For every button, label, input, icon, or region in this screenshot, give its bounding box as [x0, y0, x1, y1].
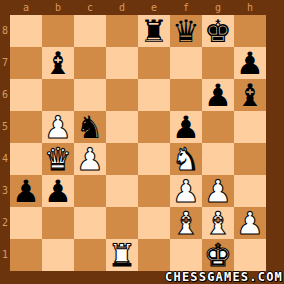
black-pawn: ♟ — [202, 79, 234, 111]
square-c5[interactable]: ♞ — [74, 111, 106, 143]
square-a4[interactable] — [10, 143, 42, 175]
white-queen: ♛ — [42, 143, 74, 175]
square-c1[interactable] — [74, 239, 106, 271]
white-bishop: ♝ — [170, 207, 202, 239]
square-h8[interactable] — [234, 15, 266, 47]
white-pawn: ♟ — [234, 207, 266, 239]
rank-label-3: 3 — [0, 175, 10, 207]
black-queen: ♛ — [170, 15, 202, 47]
square-d5[interactable] — [106, 111, 138, 143]
square-g4[interactable] — [202, 143, 234, 175]
black-pawn: ♟ — [170, 111, 202, 143]
square-h3[interactable] — [234, 175, 266, 207]
chessgames-watermark: CHESSGAMES.COM — [165, 271, 283, 284]
file-label-a: a — [10, 0, 42, 15]
square-d2[interactable] — [106, 207, 138, 239]
white-king: ♚ — [202, 239, 234, 271]
square-f8[interactable]: ♛ — [170, 15, 202, 47]
chess-board: ♜♛♚♝♟♟♝♟♞♟♛♟♞♟♟♟♟♝♝♟♜♚ — [10, 15, 266, 271]
rank-label-2: 2 — [0, 207, 10, 239]
square-e1[interactable] — [138, 239, 170, 271]
square-c6[interactable] — [74, 79, 106, 111]
square-b1[interactable] — [42, 239, 74, 271]
square-h4[interactable] — [234, 143, 266, 175]
black-bishop: ♝ — [42, 47, 74, 79]
square-d6[interactable] — [106, 79, 138, 111]
square-f4[interactable]: ♞ — [170, 143, 202, 175]
square-e6[interactable] — [138, 79, 170, 111]
square-f1[interactable] — [170, 239, 202, 271]
rank-label-4: 4 — [0, 143, 10, 175]
square-g5[interactable] — [202, 111, 234, 143]
square-e8[interactable]: ♜ — [138, 15, 170, 47]
square-h5[interactable] — [234, 111, 266, 143]
square-f6[interactable] — [170, 79, 202, 111]
white-rook: ♜ — [106, 239, 138, 271]
white-pawn: ♟ — [202, 175, 234, 207]
square-h6[interactable]: ♝ — [234, 79, 266, 111]
square-g2[interactable]: ♝ — [202, 207, 234, 239]
black-pawn: ♟ — [42, 175, 74, 207]
white-bishop: ♝ — [202, 207, 234, 239]
rank-label-6: 6 — [0, 79, 10, 111]
rank-label-1: 1 — [0, 239, 10, 271]
rank-label-7: 7 — [0, 47, 10, 79]
square-c2[interactable] — [74, 207, 106, 239]
square-b4[interactable]: ♛ — [42, 143, 74, 175]
file-label-h: h — [234, 0, 266, 15]
square-g8[interactable]: ♚ — [202, 15, 234, 47]
square-e4[interactable] — [138, 143, 170, 175]
square-a8[interactable] — [10, 15, 42, 47]
square-b7[interactable]: ♝ — [42, 47, 74, 79]
black-pawn: ♟ — [10, 175, 42, 207]
square-a7[interactable] — [10, 47, 42, 79]
square-f7[interactable] — [170, 47, 202, 79]
square-f2[interactable]: ♝ — [170, 207, 202, 239]
white-pawn: ♟ — [42, 111, 74, 143]
file-label-d: d — [106, 0, 138, 15]
square-c3[interactable] — [74, 175, 106, 207]
black-knight: ♞ — [74, 111, 106, 143]
black-bishop: ♝ — [234, 79, 266, 111]
square-a1[interactable] — [10, 239, 42, 271]
square-e3[interactable] — [138, 175, 170, 207]
square-g1[interactable]: ♚ — [202, 239, 234, 271]
square-b3[interactable]: ♟ — [42, 175, 74, 207]
rank-labels: 87654321 — [0, 15, 10, 271]
file-label-b: b — [42, 0, 74, 15]
black-king: ♚ — [202, 15, 234, 47]
square-e7[interactable] — [138, 47, 170, 79]
square-h1[interactable] — [234, 239, 266, 271]
black-rook: ♜ — [138, 15, 170, 47]
square-g6[interactable]: ♟ — [202, 79, 234, 111]
square-a6[interactable] — [10, 79, 42, 111]
square-b8[interactable] — [42, 15, 74, 47]
square-e5[interactable] — [138, 111, 170, 143]
square-a3[interactable]: ♟ — [10, 175, 42, 207]
board-frame: abcdefgh 87654321 ♜♛♚♝♟♟♝♟♞♟♛♟♞♟♟♟♟♝♝♟♜♚… — [0, 0, 284, 284]
square-h7[interactable]: ♟ — [234, 47, 266, 79]
square-a2[interactable] — [10, 207, 42, 239]
square-b5[interactable]: ♟ — [42, 111, 74, 143]
square-c4[interactable]: ♟ — [74, 143, 106, 175]
square-c7[interactable] — [74, 47, 106, 79]
white-pawn: ♟ — [74, 143, 106, 175]
rank-label-5: 5 — [0, 111, 10, 143]
square-c8[interactable] — [74, 15, 106, 47]
black-pawn: ♟ — [234, 47, 266, 79]
square-b6[interactable] — [42, 79, 74, 111]
white-knight: ♞ — [170, 143, 202, 175]
square-e2[interactable] — [138, 207, 170, 239]
rank-label-8: 8 — [0, 15, 10, 47]
square-d7[interactable] — [106, 47, 138, 79]
square-g7[interactable] — [202, 47, 234, 79]
square-a5[interactable] — [10, 111, 42, 143]
square-d1[interactable]: ♜ — [106, 239, 138, 271]
square-d8[interactable] — [106, 15, 138, 47]
square-g3[interactable]: ♟ — [202, 175, 234, 207]
white-pawn: ♟ — [170, 175, 202, 207]
square-f5[interactable]: ♟ — [170, 111, 202, 143]
square-d4[interactable] — [106, 143, 138, 175]
square-h2[interactable]: ♟ — [234, 207, 266, 239]
square-d3[interactable] — [106, 175, 138, 207]
square-f3[interactable]: ♟ — [170, 175, 202, 207]
square-b2[interactable] — [42, 207, 74, 239]
file-label-c: c — [74, 0, 106, 15]
